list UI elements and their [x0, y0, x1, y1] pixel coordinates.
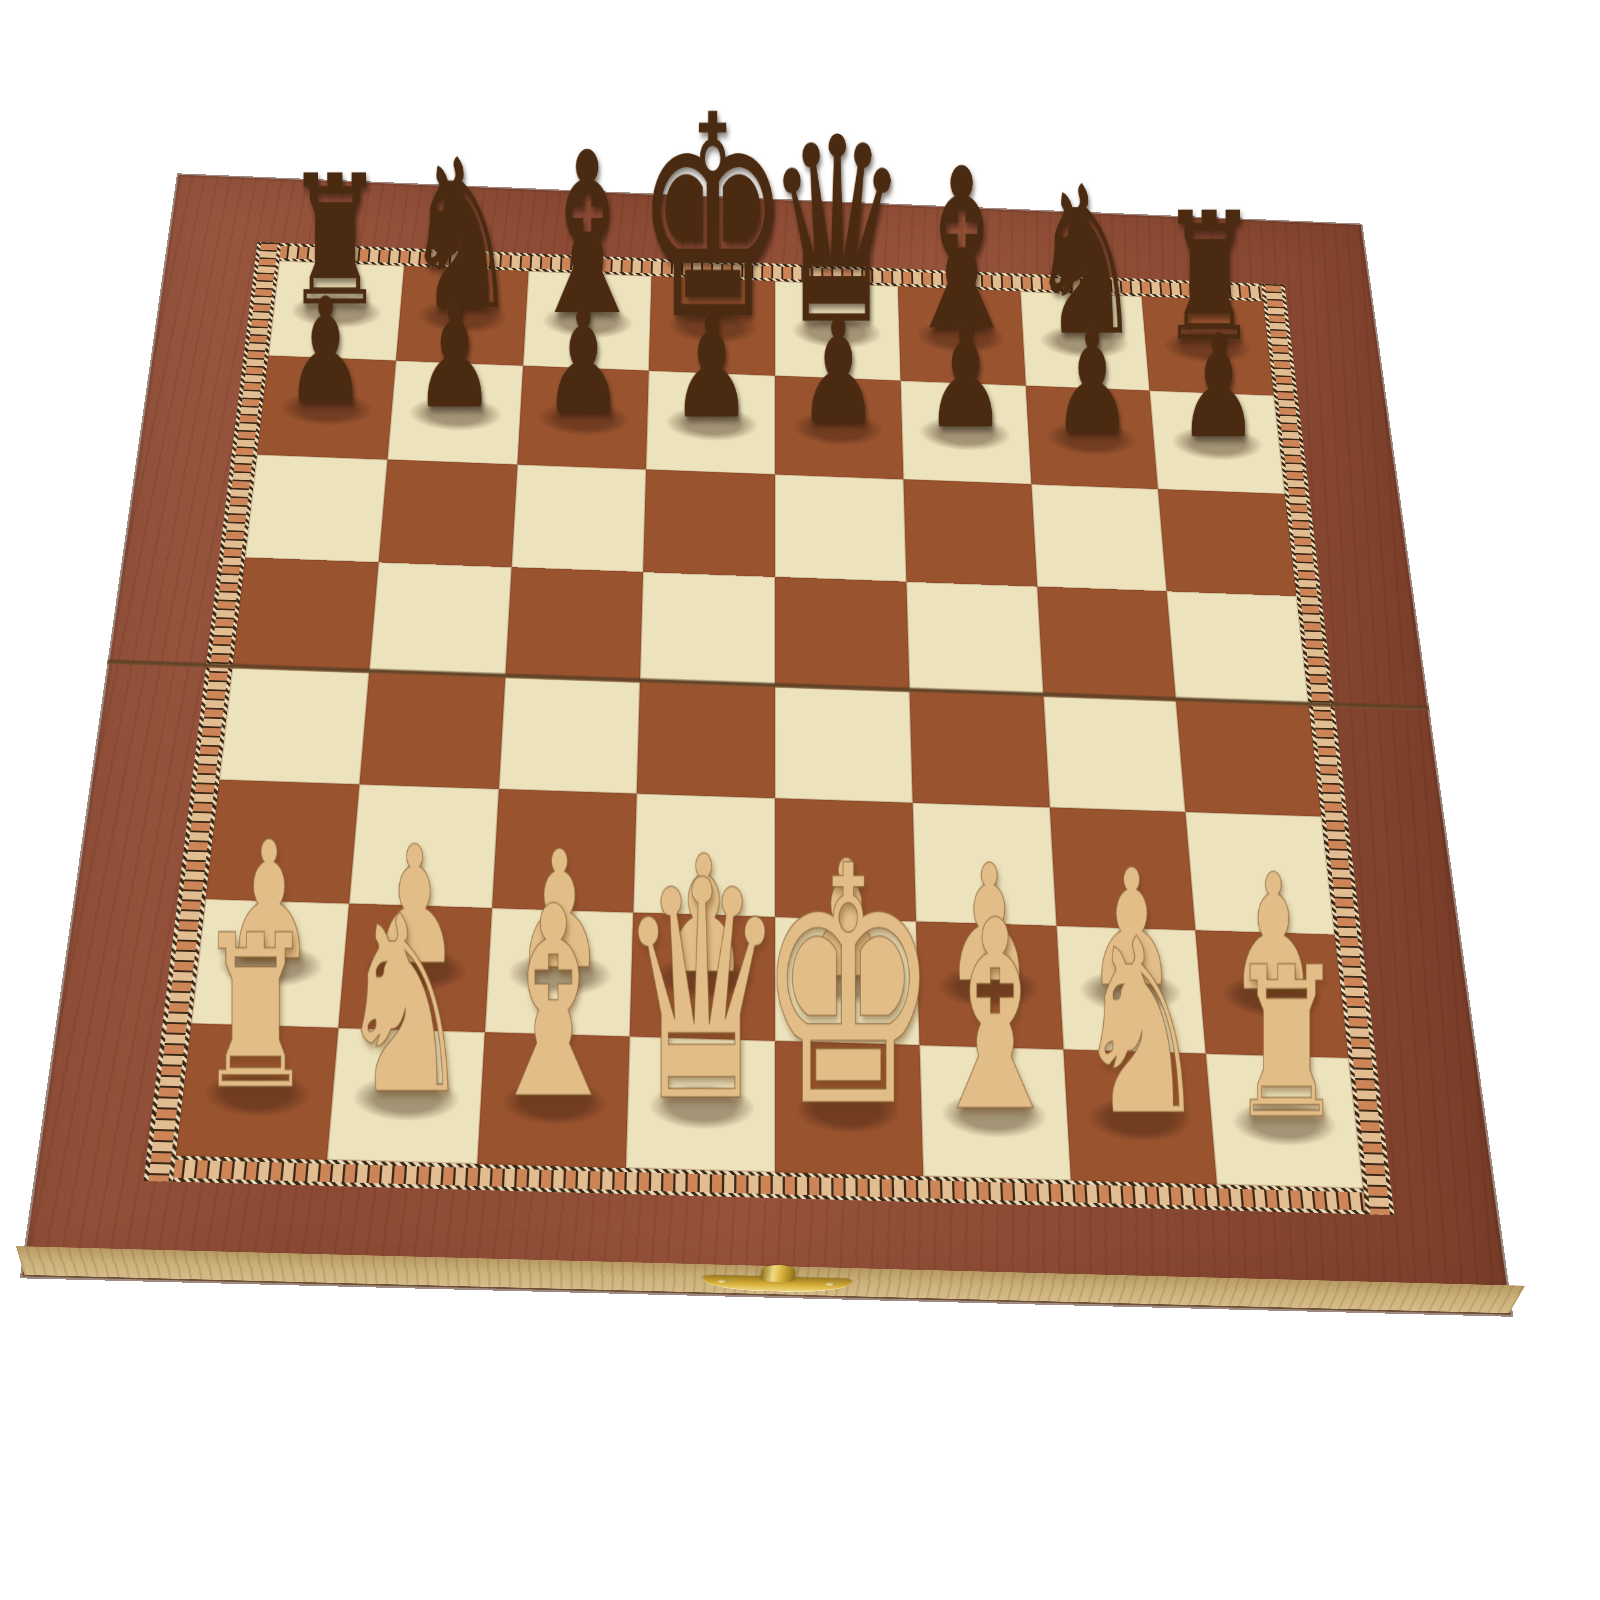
square-f6[interactable]	[903, 479, 1037, 587]
latch-knob	[760, 1265, 797, 1282]
square-a5[interactable]	[233, 558, 379, 671]
piece-black-pawn-h7[interactable]: ♟	[1178, 319, 1258, 455]
piece-white-rook-a1[interactable]: ♜	[197, 913, 315, 1114]
square-h6[interactable]	[1158, 489, 1296, 597]
square-d6[interactable]	[643, 469, 775, 577]
box-front-side	[16, 1246, 1526, 1315]
square-h1[interactable]: ♜	[1206, 1054, 1363, 1188]
square-f4[interactable]	[909, 690, 1049, 807]
piece-white-bishop-c1[interactable]: ♝	[480, 878, 627, 1129]
square-c6[interactable]	[511, 464, 646, 572]
piece-white-queen-d1[interactable]: ♛	[617, 849, 785, 1137]
square-c7[interactable]: ♟	[517, 366, 649, 470]
chess-board-grid: ♜♞♝♚♛♝♞♜♟♟♟♟♟♟♟♟♟♟♟♟♟♟♟♟♜♞♝♛♚♝♞♜	[176, 261, 1363, 1189]
square-d7[interactable]: ♟	[646, 371, 775, 475]
square-h5[interactable]	[1167, 592, 1309, 704]
square-a1[interactable]: ♜	[176, 1024, 338, 1160]
square-d1[interactable]: ♛	[626, 1037, 775, 1172]
piece-black-pawn-f7[interactable]: ♟	[926, 309, 1006, 445]
square-c4[interactable]	[498, 676, 640, 794]
square-b5[interactable]	[369, 563, 511, 676]
folding-chess-board: ♜♞♝♚♛♝♞♜♟♟♟♟♟♟♟♟♟♟♟♟♟♟♟♟♜♞♝♛♚♝♞♜	[22, 175, 1510, 1315]
piece-black-pawn-d7[interactable]: ♟	[671, 299, 751, 436]
square-g5[interactable]	[1037, 587, 1176, 699]
square-e5[interactable]	[775, 577, 909, 690]
square-a4[interactable]	[219, 666, 369, 784]
piece-black-pawn-a7[interactable]: ♟	[286, 283, 367, 421]
square-a6[interactable]	[245, 454, 387, 562]
square-c1[interactable]: ♝	[477, 1033, 630, 1169]
piece-white-bishop-f1[interactable]: ♝	[922, 892, 1068, 1141]
piece-black-pawn-g7[interactable]: ♟	[1052, 314, 1132, 450]
photo-background: ♜♞♝♚♛♝♞♜♟♟♟♟♟♟♟♟♟♟♟♟♟♟♟♟♜♞♝♛♚♝♞♜	[0, 0, 1600, 1600]
square-h7[interactable]: ♟	[1150, 391, 1285, 494]
square-e6[interactable]	[775, 474, 906, 582]
square-f7[interactable]: ♟	[900, 381, 1031, 484]
square-e1[interactable]: ♚	[775, 1041, 923, 1176]
piece-white-knight-g1[interactable]: ♞	[1074, 913, 1208, 1143]
square-f1[interactable]: ♝	[919, 1045, 1070, 1180]
square-b6[interactable]	[378, 459, 517, 567]
square-c5[interactable]	[505, 567, 643, 680]
square-g6[interactable]	[1031, 484, 1167, 592]
brass-latch	[701, 1264, 855, 1293]
piece-black-pawn-c7[interactable]: ♟	[543, 293, 623, 430]
piece-black-pawn-b7[interactable]: ♟	[415, 288, 495, 425]
square-g1[interactable]: ♞	[1063, 1050, 1217, 1185]
piece-white-knight-b1[interactable]: ♞	[337, 890, 473, 1122]
square-d5[interactable]	[640, 572, 775, 685]
square-e4[interactable]	[775, 685, 912, 803]
square-f5[interactable]	[906, 582, 1043, 694]
square-d4[interactable]	[637, 680, 775, 798]
square-g4[interactable]	[1043, 694, 1186, 811]
square-b1[interactable]: ♞	[327, 1028, 485, 1164]
piece-white-rook-h1[interactable]: ♜	[1228, 945, 1344, 1143]
piece-black-pawn-e7[interactable]: ♟	[799, 304, 879, 441]
